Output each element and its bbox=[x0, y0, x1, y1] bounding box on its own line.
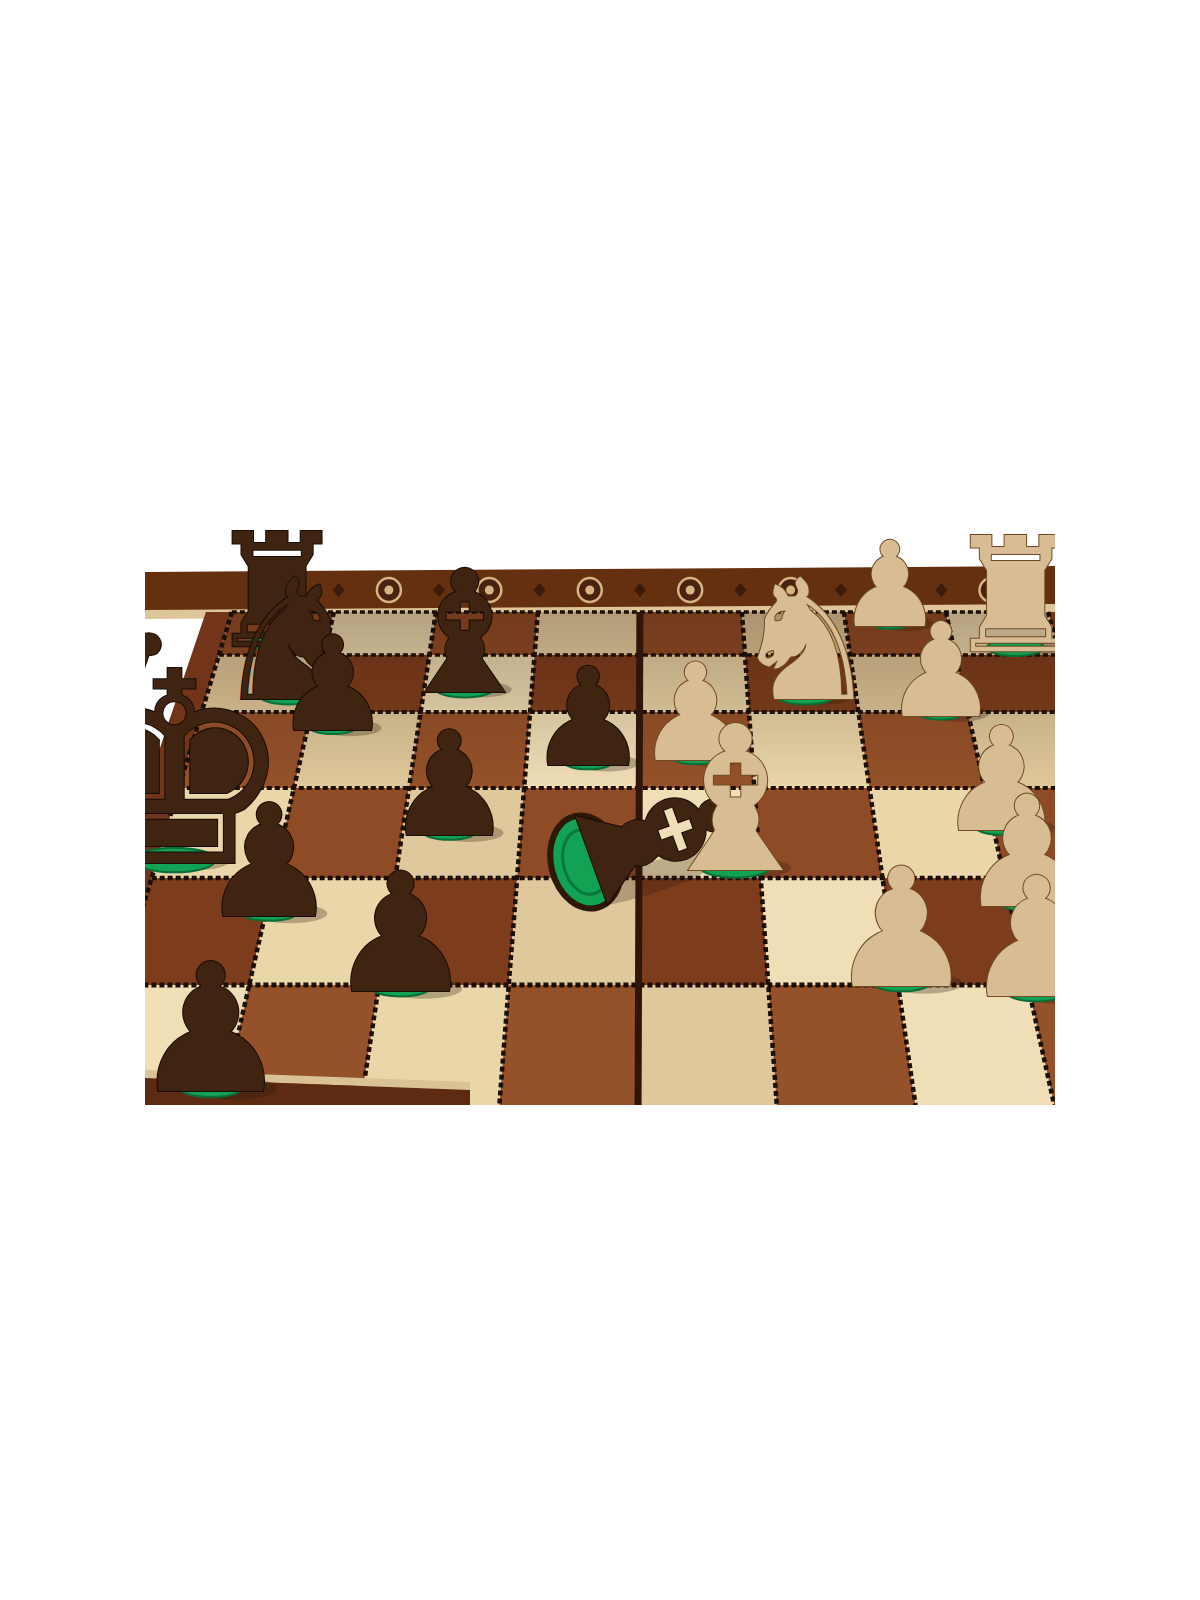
border-medallion-dot-icon bbox=[686, 586, 695, 595]
piece-white-bishop-e4: ♝ bbox=[645, 683, 825, 917]
chess-board-photo: ♟♜♜♝♞♞♟♟♟♟♛♟♟♝♚♝♟♟♟♟♟♟ bbox=[145, 488, 1055, 1105]
pawn-glyph-icon: ♟ bbox=[962, 842, 1055, 1035]
square-c5 bbox=[499, 985, 638, 1105]
piece-black-pawn-c8: ♟ bbox=[145, 926, 291, 1106]
border-medallion-dot-icon bbox=[585, 586, 594, 595]
piece-black-pawn-c6: ♟ bbox=[327, 838, 475, 1030]
piece-white-pawn-c1: ♟ bbox=[962, 842, 1055, 1035]
pawn-glyph-icon: ♟ bbox=[327, 838, 475, 1030]
bishop-glyph-icon: ♝ bbox=[645, 683, 825, 917]
pawn-glyph-icon: ♟ bbox=[145, 926, 291, 1106]
piece-white-pawn-c2: ♟ bbox=[827, 833, 975, 1025]
square-c4 bbox=[638, 985, 777, 1105]
product-photo: ♟♜♜♝♞♞♟♟♟♟♛♟♟♝♚♝♟♟♟♟♟♟ bbox=[0, 0, 1200, 1600]
pawn-glyph-icon: ♟ bbox=[827, 833, 975, 1025]
